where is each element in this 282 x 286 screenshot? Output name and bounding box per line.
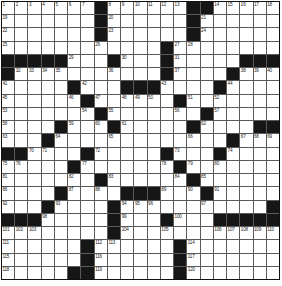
cell-r15c14[interactable] [174,187,186,199]
cell-r3c9[interactable]: 23 [108,28,120,40]
cell-r20c21[interactable] [267,254,279,266]
cell-r12c6[interactable] [68,148,80,160]
cell-r18c14[interactable] [174,227,186,239]
cell-r11c10[interactable] [121,134,133,146]
cell-r7c19[interactable] [240,81,252,93]
cell-r3c4[interactable] [42,28,54,40]
cell-r7c20[interactable] [254,81,266,93]
cell-r21c15[interactable]: 120 [187,267,199,279]
cell-r15c2[interactable] [15,187,27,199]
cell-r21c16[interactable] [201,267,213,279]
cell-r21c3[interactable] [28,267,40,279]
cell-r1c3[interactable]: 3 [28,2,40,14]
cell-r16c13[interactable] [161,201,173,213]
cell-r5c10[interactable]: 30 [121,55,133,67]
cell-r2c13[interactable] [161,15,173,27]
cell-r4c15[interactable]: 28 [187,42,199,54]
cell-r14c2[interactable] [15,174,27,186]
cell-r3c6[interactable] [68,28,80,40]
cell-r13c8[interactable] [95,161,107,173]
cell-r12c5[interactable] [55,148,67,160]
cell-r13c11[interactable] [134,161,146,173]
cell-r16c20[interactable] [254,201,266,213]
cell-r19c8[interactable]: 112 [95,240,107,252]
cell-r4c1[interactable]: 25 [2,42,14,54]
cell-r9c9[interactable]: 55 [108,108,120,120]
cell-r14c4[interactable] [42,174,54,186]
cell-r16c16[interactable]: 97 [201,201,213,213]
cell-r18c20[interactable]: 109 [254,227,266,239]
cell-r8c3[interactable] [28,95,40,107]
cell-r14c18[interactable] [227,174,239,186]
cell-r5c15[interactable] [187,55,199,67]
crossword-grid[interactable]: 1234567891011121314151617181920212223242… [1,1,280,280]
cell-r6c19[interactable]: 38 [240,68,252,80]
cell-r9c18[interactable] [227,108,239,120]
cell-r1c9[interactable]: 8 [108,2,120,14]
cell-r6c9[interactable]: 36 [108,68,120,80]
cell-r17c12[interactable] [148,214,160,226]
cell-r21c17[interactable] [214,267,226,279]
cell-r20c13[interactable] [161,254,173,266]
cell-r5c6[interactable]: 29 [68,55,80,67]
cell-r8c12[interactable]: 50 [148,95,160,107]
cell-r14c11[interactable] [134,174,146,186]
cell-r9c2[interactable] [15,108,27,120]
cell-r3c16[interactable]: 24 [201,28,213,40]
cell-r18c15[interactable] [187,227,199,239]
cell-r4c9[interactable] [108,42,120,54]
cell-r7c7[interactable]: 42 [81,81,93,93]
cell-r21c12[interactable] [148,267,160,279]
cell-r1c21[interactable]: 18 [267,2,279,14]
cell-r4c14[interactable]: 27 [174,42,186,54]
cell-r15c19[interactable] [240,187,252,199]
cell-r9c21[interactable] [267,108,279,120]
cell-r11c11[interactable] [134,134,146,146]
cell-r1c4[interactable]: 4 [42,2,54,14]
cell-r16c2[interactable] [15,201,27,213]
cell-r18c17[interactable]: 106 [214,227,226,239]
cell-r10c16[interactable]: 62 [201,121,213,133]
cell-r15c17[interactable]: 91 [214,187,226,199]
cell-r20c10[interactable] [121,254,133,266]
cell-r8c8[interactable]: 47 [95,95,107,107]
cell-r3c21[interactable] [267,28,279,40]
cell-r19c21[interactable] [267,240,279,252]
cell-r4c16[interactable] [201,42,213,54]
cell-r12c12[interactable] [148,148,160,160]
cell-r3c14[interactable] [174,28,186,40]
cell-r4c2[interactable] [15,42,27,54]
cell-r11c1[interactable]: 63 [2,134,14,146]
cell-r21c21[interactable] [267,267,279,279]
cell-r6c15[interactable] [187,68,199,80]
cell-r20c20[interactable] [254,254,266,266]
cell-r12c20[interactable] [254,148,266,160]
cell-r18c4[interactable] [42,227,54,239]
cell-r20c6[interactable] [68,254,80,266]
cell-r2c6[interactable] [68,15,80,27]
cell-r16c14[interactable] [174,201,186,213]
cell-r8c10[interactable]: 48 [121,95,133,107]
cell-r10c4[interactable] [42,121,54,133]
cell-r4c10[interactable] [121,42,133,54]
cell-r20c1[interactable]: 115 [2,254,14,266]
cell-r3c18[interactable] [227,28,239,40]
cell-r8c5[interactable] [55,95,67,107]
cell-r19c6[interactable] [68,240,80,252]
cell-r19c20[interactable] [254,240,266,252]
cell-r8c18[interactable] [227,95,239,107]
cell-r7c15[interactable] [187,81,199,93]
cell-r9c15[interactable] [187,108,199,120]
cell-r18c11[interactable] [134,227,146,239]
cell-r2c7[interactable] [81,15,93,27]
cell-r20c18[interactable] [227,254,239,266]
cell-r15c15[interactable]: 90 [187,187,199,199]
cell-r1c7[interactable]: 7 [81,2,93,14]
cell-r16c6[interactable] [68,201,80,213]
cell-r9c7[interactable]: 54 [81,108,93,120]
cell-r1c1[interactable]: 1 [2,2,14,14]
cell-r10c13[interactable] [161,121,173,133]
cell-r2c21[interactable] [267,15,279,27]
cell-r14c16[interactable]: 85 [201,174,213,186]
cell-r10c10[interactable]: 61 [121,121,133,133]
cell-r14c17[interactable] [214,174,226,186]
cell-r11c16[interactable] [201,134,213,146]
cell-r20c5[interactable] [55,254,67,266]
cell-r13c17[interactable]: 80 [214,161,226,173]
cell-r3c1[interactable]: 22 [2,28,14,40]
cell-r3c2[interactable] [15,28,27,40]
cell-r14c20[interactable] [254,174,266,186]
cell-r4c8[interactable]: 26 [95,42,107,54]
cell-r15c1[interactable]: 86 [2,187,14,199]
cell-r2c1[interactable]: 19 [2,15,14,27]
cell-r8c15[interactable]: 51 [187,95,199,107]
cell-r17c15[interactable] [187,214,199,226]
cell-r14c10[interactable] [121,174,133,186]
cell-r17c16[interactable] [201,214,213,226]
cell-r5c7[interactable] [81,55,93,67]
cell-r15c6[interactable]: 87 [68,187,80,199]
cell-r11c12[interactable] [148,134,160,146]
cell-r12c18[interactable]: 74 [227,148,239,160]
cell-r16c8[interactable] [95,201,107,213]
cell-r12c10[interactable] [121,148,133,160]
cell-r17c7[interactable] [81,214,93,226]
cell-r9c13[interactable] [161,108,173,120]
cell-r18c7[interactable] [81,227,93,239]
cell-r11c17[interactable] [214,134,226,146]
cell-r3c10[interactable] [121,28,133,40]
cell-r21c18[interactable] [227,267,239,279]
cell-r14c12[interactable] [148,174,160,186]
cell-r14c5[interactable] [55,174,67,186]
cell-r16c3[interactable] [28,201,40,213]
cell-r12c4[interactable]: 71 [42,148,54,160]
cell-r9c11[interactable] [134,108,146,120]
cell-r14c3[interactable] [28,174,40,186]
cell-r19c16[interactable] [201,240,213,252]
cell-r6c4[interactable]: 34 [42,68,54,80]
cell-r16c19[interactable] [240,201,252,213]
cell-r18c8[interactable] [95,227,107,239]
cell-r8c9[interactable] [108,95,120,107]
cell-r2c5[interactable] [55,15,67,27]
cell-r6c2[interactable]: 32 [15,68,27,80]
cell-r20c4[interactable] [42,254,54,266]
cell-r16c11[interactable]: 95 [134,201,146,213]
cell-r8c19[interactable] [240,95,252,107]
cell-r8c21[interactable] [267,95,279,107]
cell-r10c7[interactable] [81,121,93,133]
cell-r7c9[interactable] [108,81,120,93]
cell-r9c10[interactable] [121,108,133,120]
cell-r2c3[interactable] [28,15,40,27]
cell-r18c5[interactable] [55,227,67,239]
cell-r18c19[interactable]: 108 [240,227,252,239]
cell-r13c5[interactable] [55,161,67,173]
cell-r2c12[interactable] [148,15,160,27]
cell-r12c8[interactable]: 72 [95,148,107,160]
cell-r9c12[interactable] [148,108,160,120]
cell-r2c9[interactable]: 20 [108,15,120,27]
cell-r11c19[interactable]: 67 [240,134,252,146]
cell-r1c2[interactable]: 2 [15,2,27,14]
cell-r7c3[interactable] [28,81,40,93]
cell-r16c12[interactable]: 96 [148,201,160,213]
cell-r14c21[interactable] [267,174,279,186]
cell-r14c6[interactable]: 82 [68,174,80,186]
cell-r13c7[interactable]: 77 [81,161,93,173]
cell-r20c19[interactable] [240,254,252,266]
cell-r21c19[interactable] [240,267,252,279]
cell-r3c3[interactable] [28,28,40,40]
cell-r1c10[interactable]: 9 [121,2,133,14]
cell-r21c20[interactable] [254,267,266,279]
cell-r15c8[interactable]: 88 [95,187,107,199]
cell-r13c2[interactable]: 76 [15,161,27,173]
cell-r4c12[interactable] [148,42,160,54]
cell-r2c14[interactable] [174,15,186,27]
cell-r5c16[interactable] [201,55,213,67]
cell-r8c20[interactable] [254,95,266,107]
cell-r13c9[interactable] [108,161,120,173]
cell-r6c6[interactable] [68,68,80,80]
cell-r4c11[interactable] [134,42,146,54]
cell-r21c11[interactable] [134,267,146,279]
cell-r7c21[interactable] [267,81,279,93]
cell-r21c4[interactable] [42,267,54,279]
cell-r1c6[interactable]: 6 [68,2,80,14]
cell-r7c16[interactable] [201,81,213,93]
cell-r3c13[interactable] [161,28,173,40]
cell-r10c12[interactable] [148,121,160,133]
cell-r4c4[interactable] [42,42,54,54]
cell-r18c12[interactable] [148,227,160,239]
cell-r11c21[interactable]: 69 [267,134,279,146]
cell-r5c8[interactable] [95,55,107,67]
cell-r15c4[interactable] [42,187,54,199]
cell-r8c4[interactable] [42,95,54,107]
cell-r16c10[interactable]: 94 [121,201,133,213]
cell-r13c19[interactable] [240,161,252,173]
cell-r9c3[interactable] [28,108,40,120]
cell-r3c11[interactable] [134,28,146,40]
cell-r13c4[interactable] [42,161,54,173]
cell-r17c10[interactable]: 99 [121,214,133,226]
cell-r4c5[interactable] [55,42,67,54]
cell-r12c9[interactable] [108,148,120,160]
cell-r16c5[interactable]: 93 [55,201,67,213]
cell-r18c6[interactable] [68,227,80,239]
cell-r19c3[interactable] [28,240,40,252]
cell-r5c17[interactable] [214,55,226,67]
cell-r20c16[interactable] [201,254,213,266]
cell-r11c15[interactable]: 66 [187,134,199,146]
cell-r15c7[interactable] [81,187,93,199]
cell-r12c21[interactable] [267,148,279,160]
cell-r10c2[interactable] [15,121,27,133]
cell-r19c12[interactable] [148,240,160,252]
cell-r12c11[interactable] [134,148,146,160]
cell-r2c18[interactable] [227,15,239,27]
cell-r16c7[interactable] [81,201,93,213]
cell-r1c13[interactable]: 12 [161,2,173,14]
cell-r6c16[interactable] [201,68,213,80]
cell-r21c10[interactable] [121,267,133,279]
cell-r1c18[interactable]: 15 [227,2,239,14]
cell-r6c10[interactable] [121,68,133,80]
cell-r1c17[interactable]: 14 [214,2,226,14]
cell-r13c21[interactable] [267,161,279,173]
cell-r8c11[interactable]: 49 [134,95,146,107]
cell-r12c14[interactable]: 73 [174,148,186,160]
cell-r3c5[interactable] [55,28,67,40]
cell-r8c13[interactable] [161,95,173,107]
cell-r3c20[interactable] [254,28,266,40]
cell-r16c17[interactable] [214,201,226,213]
cell-r11c9[interactable]: 65 [108,134,120,146]
cell-r12c19[interactable] [240,148,252,160]
cell-r6c5[interactable]: 35 [55,68,67,80]
cell-r11c14[interactable] [174,134,186,146]
cell-r18c13[interactable]: 105 [161,227,173,239]
cell-r18c18[interactable]: 107 [227,227,239,239]
cell-r15c13[interactable]: 89 [161,187,173,199]
cell-r9c4[interactable] [42,108,54,120]
cell-r21c8[interactable]: 119 [95,267,107,279]
cell-r2c10[interactable] [121,15,133,27]
cell-r6c17[interactable] [214,68,226,80]
cell-r2c2[interactable] [15,15,27,27]
cell-r1c11[interactable]: 10 [134,2,146,14]
cell-r3c19[interactable] [240,28,252,40]
cell-r15c9[interactable] [108,187,120,199]
cell-r17c14[interactable]: 100 [174,214,186,226]
cell-r6c3[interactable]: 33 [28,68,40,80]
cell-r10c19[interactable] [240,121,252,133]
cell-r18c2[interactable]: 102 [15,227,27,239]
cell-r8c1[interactable]: 45 [2,95,14,107]
cell-r4c6[interactable] [68,42,80,54]
cell-r7c5[interactable] [55,81,67,93]
cell-r9c19[interactable] [240,108,252,120]
cell-r20c15[interactable]: 117 [187,254,199,266]
cell-r20c8[interactable]: 116 [95,254,107,266]
cell-r4c20[interactable] [254,42,266,54]
cell-r21c2[interactable] [15,267,27,279]
cell-r17c5[interactable] [55,214,67,226]
cell-r21c13[interactable] [161,267,173,279]
cell-r5c14[interactable]: 31 [174,55,186,67]
cell-r6c8[interactable] [95,68,107,80]
cell-r19c15[interactable]: 114 [187,240,199,252]
cell-r20c12[interactable] [148,254,160,266]
cell-r4c21[interactable] [267,42,279,54]
cell-r14c1[interactable]: 81 [2,174,14,186]
cell-r7c1[interactable]: 41 [2,81,14,93]
cell-r15c21[interactable] [267,187,279,199]
cell-r21c1[interactable]: 118 [2,267,14,279]
cell-r11c20[interactable]: 68 [254,134,266,146]
cell-r8c16[interactable] [201,95,213,107]
cell-r13c1[interactable]: 75 [2,161,14,173]
cell-r5c11[interactable] [134,55,146,67]
cell-r10c3[interactable] [28,121,40,133]
cell-r19c2[interactable] [15,240,27,252]
cell-r9c17[interactable]: 57 [214,108,226,120]
cell-r19c1[interactable]: 111 [2,240,14,252]
cell-r11c6[interactable] [68,134,80,146]
cell-r4c19[interactable] [240,42,252,54]
cell-r17c11[interactable] [134,214,146,226]
cell-r14c13[interactable] [161,174,173,186]
cell-r6c21[interactable]: 40 [267,68,279,80]
cell-r20c17[interactable] [214,254,226,266]
cell-r7c14[interactable] [174,81,186,93]
cell-r18c21[interactable]: 110 [267,227,279,239]
cell-r2c4[interactable] [42,15,54,27]
cell-r7c2[interactable] [15,81,27,93]
cell-r18c3[interactable]: 103 [28,227,40,239]
cell-r11c2[interactable] [15,134,27,146]
cell-r2c11[interactable] [134,15,146,27]
cell-r5c12[interactable] [148,55,160,67]
cell-r11c5[interactable]: 64 [55,134,67,146]
cell-r19c11[interactable] [134,240,146,252]
cell-r19c9[interactable]: 113 [108,240,120,252]
cell-r8c2[interactable] [15,95,27,107]
cell-r21c9[interactable] [108,267,120,279]
cell-r10c14[interactable] [174,121,186,133]
cell-r2c16[interactable]: 21 [201,15,213,27]
cell-r15c3[interactable] [28,187,40,199]
cell-r2c19[interactable] [240,15,252,27]
cell-r3c17[interactable] [214,28,226,40]
cell-r21c5[interactable] [55,267,67,279]
cell-r4c7[interactable] [81,42,93,54]
cell-r12c3[interactable]: 70 [28,148,40,160]
cell-r6c14[interactable]: 37 [174,68,186,80]
cell-r10c1[interactable]: 58 [2,121,14,133]
cell-r13c10[interactable] [121,161,133,173]
cell-r7c4[interactable] [42,81,54,93]
cell-r1c12[interactable]: 11 [148,2,160,14]
